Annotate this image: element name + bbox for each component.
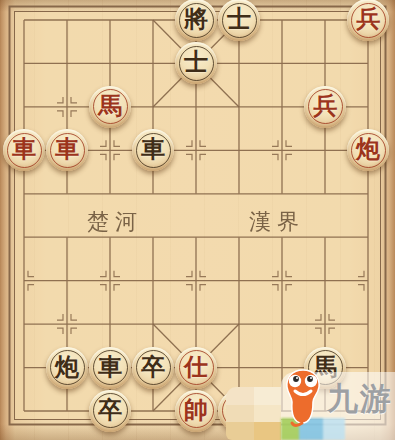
piece-black-chariot[interactable]: 車 [132, 129, 174, 171]
piece-glyph: 車 [141, 137, 165, 161]
mosaic-square [254, 422, 282, 440]
piece-black-soldier[interactable]: 卒 [132, 347, 174, 389]
piece-glyph: 士 [184, 50, 208, 74]
piece-black-chariot[interactable]: 車 [89, 347, 131, 389]
piece-glyph: 將 [184, 7, 208, 31]
jiuyou-watermark: 九游 [223, 350, 395, 440]
piece-glyph: 卒 [98, 398, 122, 422]
piece-black-advisor[interactable]: 士 [175, 42, 217, 84]
piece-red-horse[interactable]: 馬 [89, 86, 131, 128]
mosaic-square [254, 387, 282, 405]
piece-glyph: 士 [227, 7, 251, 31]
pixelated-blur-patch [226, 387, 281, 440]
piece-black-general[interactable]: 將 [175, 0, 217, 41]
piece-red-general[interactable]: 帥 [175, 390, 217, 432]
piece-black-cannon[interactable]: 炮 [46, 347, 88, 389]
piece-glyph: 車 [98, 355, 122, 379]
piece-red-cannon[interactable]: 炮 [347, 129, 389, 171]
jiuyou-mascot-icon [280, 366, 326, 430]
piece-glyph: 車 [12, 137, 36, 161]
piece-red-soldier[interactable]: 兵 [347, 0, 389, 41]
mosaic-square [226, 422, 254, 440]
piece-black-soldier[interactable]: 卒 [89, 390, 131, 432]
mosaic-square [226, 387, 254, 405]
piece-glyph: 炮 [55, 355, 79, 379]
mosaic-square [254, 405, 282, 423]
piece-red-advisor[interactable]: 仕 [175, 347, 217, 389]
piece-red-chariot[interactable]: 車 [3, 129, 45, 171]
piece-black-advisor[interactable]: 士 [218, 0, 260, 41]
piece-glyph: 帥 [184, 398, 208, 422]
piece-red-chariot[interactable]: 車 [46, 129, 88, 171]
mosaic-square [226, 405, 254, 423]
piece-glyph: 車 [55, 137, 79, 161]
jiuyou-brand-text: 九游 [327, 378, 395, 420]
piece-glyph: 卒 [141, 355, 165, 379]
piece-red-soldier[interactable]: 兵 [304, 86, 346, 128]
piece-glyph: 馬 [98, 94, 122, 118]
piece-glyph: 仕 [184, 355, 208, 379]
piece-glyph: 兵 [313, 94, 337, 118]
piece-glyph: 炮 [356, 137, 380, 161]
xiangqi-app-screen: 楚河 漢界 將士士車炮車卒馬卒兵馬兵車車炮仕帥仕 九游 [0, 0, 395, 440]
piece-glyph: 兵 [356, 7, 380, 31]
